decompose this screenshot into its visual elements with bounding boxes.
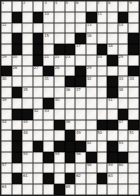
crossword-black-cell (65, 130, 76, 141)
crossword-cell[interactable]: 28 (54, 66, 65, 77)
crossword-cell[interactable]: 61 (22, 173, 33, 184)
clue-number: 6 (76, 1, 78, 5)
crossword-black-cell (33, 44, 44, 55)
clue-number: 55 (55, 152, 60, 156)
clue-number: 21 (44, 55, 49, 59)
crossword-cell[interactable] (65, 66, 76, 77)
crossword-cell[interactable]: 16 (86, 33, 97, 44)
crossword-cell[interactable] (97, 152, 108, 163)
crossword-cell[interactable] (128, 55, 139, 66)
crossword-cell[interactable]: 63 (107, 173, 118, 184)
crossword-cell[interactable] (86, 87, 97, 98)
crossword-cell[interactable]: 12 (1, 23, 12, 34)
crossword-cell[interactable] (86, 173, 97, 184)
crossword-black-cell (22, 109, 33, 120)
crossword-cell[interactable] (118, 173, 129, 184)
clue-number: 50 (97, 131, 102, 135)
crossword-cell[interactable] (97, 141, 108, 152)
crossword-black-cell (43, 152, 54, 163)
clue-number: 4 (55, 1, 57, 5)
crossword-black-cell (118, 109, 129, 120)
crossword-cell[interactable] (22, 66, 33, 77)
clue-number: 11 (97, 12, 102, 16)
crossword-cell[interactable]: 56 (75, 152, 86, 163)
clue-number: 22 (55, 55, 60, 59)
clue-number: 14 (119, 23, 124, 27)
crossword-cell[interactable] (54, 23, 65, 34)
clue-number: 12 (2, 23, 7, 27)
crossword-cell[interactable] (22, 184, 33, 195)
crossword-cell[interactable] (65, 33, 76, 44)
clue-number: 33 (119, 77, 124, 81)
crossword-cell[interactable] (97, 87, 108, 98)
clue-number: 1 (2, 1, 4, 5)
clue-number: 43 (44, 109, 49, 113)
clue-number: 41 (108, 98, 113, 102)
crossword-black-cell (107, 76, 118, 87)
crossword-cell[interactable] (86, 109, 97, 120)
crossword-black-cell (1, 66, 12, 77)
crossword-cell[interactable]: 34 (128, 76, 139, 87)
crossword-cell[interactable]: 45 (22, 120, 33, 131)
crossword-cell[interactable] (22, 12, 33, 23)
crossword-cell[interactable] (33, 184, 44, 195)
clue-number: 26 (12, 66, 17, 70)
crossword-cell[interactable] (54, 87, 65, 98)
crossword-cell[interactable]: 5 (65, 1, 76, 12)
crossword-cell[interactable] (118, 184, 129, 195)
clue-number: 49 (76, 131, 81, 135)
crossword-black-cell (54, 141, 65, 152)
crossword-cell[interactable] (118, 98, 129, 109)
crossword-cell[interactable] (33, 76, 44, 87)
crossword-cell[interactable] (97, 66, 108, 77)
crossword-cell[interactable] (128, 184, 139, 195)
crossword-black-cell (128, 33, 139, 44)
crossword-cell[interactable] (12, 1, 23, 12)
crossword-black-cell (12, 173, 23, 184)
crossword-cell[interactable] (128, 23, 139, 34)
crossword-cell[interactable]: 33 (118, 76, 129, 87)
crossword-black-cell (97, 173, 108, 184)
clue-number: 45 (23, 120, 28, 124)
clue-number: 48 (23, 131, 28, 135)
crossword-cell[interactable]: 43 (43, 109, 54, 120)
clue-number: 62 (76, 174, 81, 178)
crossword-cell[interactable] (97, 33, 108, 44)
crossword-cell[interactable]: 54 (22, 152, 33, 163)
clue-number: 35 (23, 88, 28, 92)
crossword-black-cell (65, 141, 76, 152)
clue-number: 30 (2, 77, 7, 81)
crossword-black-cell (33, 55, 44, 66)
crossword-black-cell (12, 33, 23, 44)
crossword-cell[interactable] (33, 98, 44, 109)
crossword-cell[interactable]: 53 (118, 141, 129, 152)
crossword-cell[interactable] (33, 173, 44, 184)
crossword-cell[interactable] (43, 44, 54, 55)
crossword-cell[interactable]: 41 (107, 98, 118, 109)
clue-number: 19 (2, 55, 7, 59)
crossword-cell[interactable]: 51 (128, 130, 139, 141)
crossword-cell[interactable] (75, 23, 86, 34)
clue-number: 47 (119, 120, 124, 124)
clue-number: 54 (23, 152, 28, 156)
crossword-cell[interactable]: 4 (54, 1, 65, 12)
crossword-cell[interactable] (128, 141, 139, 152)
crossword-black-cell (12, 12, 23, 23)
crossword-cell[interactable] (65, 23, 76, 34)
crossword-cell[interactable]: 38 (118, 87, 129, 98)
clue-number: 37 (76, 88, 81, 92)
crossword-black-cell (107, 152, 118, 163)
crossword-cell[interactable] (86, 184, 97, 195)
crossword-black-cell (33, 12, 44, 23)
crossword-black-cell (43, 66, 54, 77)
crossword-cell[interactable]: 35 (22, 87, 33, 98)
crossword-cell[interactable] (128, 98, 139, 109)
clue-number: 57 (2, 163, 7, 167)
crossword-cell[interactable]: 52 (86, 141, 97, 152)
crossword-cell[interactable] (86, 44, 97, 55)
crossword-cell[interactable] (97, 76, 108, 87)
crossword-cell[interactable] (75, 109, 86, 120)
crossword-black-cell (128, 44, 139, 55)
crossword-black-cell (107, 87, 118, 98)
clue-number: 39 (2, 98, 7, 102)
crossword-cell[interactable] (54, 33, 65, 44)
crossword-cell[interactable]: 8 (107, 1, 118, 12)
crossword-cell[interactable]: 48 (22, 130, 33, 141)
crossword-black-cell (75, 141, 86, 152)
clue-number: 34 (129, 77, 134, 81)
crossword-cell[interactable]: 13 (86, 23, 97, 34)
clue-number: 28 (55, 66, 60, 70)
crossword-cell[interactable] (128, 109, 139, 120)
crossword-cell[interactable] (33, 87, 44, 98)
crossword-cell[interactable] (1, 33, 12, 44)
crossword-cell[interactable] (118, 44, 129, 55)
clue-number: 27 (34, 66, 39, 70)
clue-number: 64 (2, 185, 7, 189)
clue-number: 16 (87, 34, 92, 38)
crossword-black-cell (65, 152, 76, 163)
crossword-cell[interactable] (65, 109, 76, 120)
crossword-cell[interactable] (33, 1, 44, 12)
crossword-cell[interactable] (75, 12, 86, 23)
clue-number: 13 (87, 23, 92, 27)
crossword-cell[interactable]: 9 (128, 1, 139, 12)
crossword-cell[interactable] (12, 76, 23, 87)
crossword-black-cell (54, 44, 65, 55)
crossword-cell[interactable]: 60 (118, 163, 129, 174)
crossword-cell[interactable]: 50 (97, 130, 108, 141)
clue-number: 20 (12, 55, 17, 59)
clue-number: 31 (44, 77, 49, 81)
crossword-black-cell (12, 130, 23, 141)
crossword-cell[interactable] (97, 23, 108, 34)
crossword-black-cell (33, 141, 44, 152)
crossword-cell[interactable] (75, 184, 86, 195)
crossword-cell[interactable] (86, 1, 97, 12)
crossword-cell[interactable] (43, 130, 54, 141)
crossword-cell[interactable]: 24 (97, 55, 108, 66)
crossword-black-cell (97, 120, 108, 131)
crossword-cell[interactable] (22, 141, 33, 152)
crossword-cell[interactable]: 6 (75, 1, 86, 12)
crossword-cell[interactable] (1, 152, 12, 163)
clue-number: 25 (119, 55, 124, 59)
crossword-black-cell (75, 76, 86, 87)
clue-number: 24 (97, 55, 102, 59)
crossword-cell[interactable]: 3 (43, 1, 54, 12)
crossword-cell[interactable] (86, 130, 97, 141)
crossword-cell[interactable] (12, 23, 23, 34)
crossword-black-cell (65, 76, 76, 87)
crossword-cell[interactable]: 31 (43, 76, 54, 87)
crossword-cell[interactable] (118, 66, 129, 77)
crossword-cell[interactable] (22, 76, 33, 87)
crossword-cell[interactable]: 44 (1, 120, 12, 131)
crossword-cell[interactable] (75, 98, 86, 109)
crossword-black-cell (43, 173, 54, 184)
crossword-cell[interactable] (65, 98, 76, 109)
clue-number: 58 (87, 163, 92, 167)
crossword-cell[interactable] (107, 33, 118, 44)
crossword-cell[interactable] (1, 87, 12, 98)
crossword-cell[interactable]: 26 (12, 66, 23, 77)
crossword-cell[interactable]: 27 (33, 66, 44, 77)
crossword-black-cell (65, 173, 76, 184)
crossword-cell[interactable]: 59 (107, 163, 118, 174)
crossword-cell[interactable]: 30 (1, 76, 12, 87)
crossword-black-cell (107, 141, 118, 152)
crossword-cell[interactable] (22, 98, 33, 109)
crossword-cell[interactable] (22, 163, 33, 174)
clue-number: 15 (44, 34, 49, 38)
crossword-cell[interactable]: 25 (118, 55, 129, 66)
crossword-black-cell (75, 66, 86, 77)
crossword-cell[interactable]: 39 (1, 98, 12, 109)
crossword-cell[interactable] (128, 87, 139, 98)
crossword-cell[interactable]: 40 (54, 98, 65, 109)
crossword-cell[interactable]: 55 (54, 152, 65, 163)
clue-number: 9 (129, 1, 131, 5)
crossword-cell[interactable]: 20 (12, 55, 23, 66)
crossword-cell[interactable] (43, 87, 54, 98)
clue-number: 2 (23, 1, 25, 5)
crossword-cell[interactable] (54, 163, 65, 174)
clue-number: 51 (129, 131, 134, 135)
crossword-cell[interactable] (97, 184, 108, 195)
clue-number: 63 (108, 174, 113, 178)
crossword-cell[interactable] (1, 44, 12, 55)
crossword-cell[interactable] (22, 33, 33, 44)
crossword-cell[interactable]: 29 (86, 66, 97, 77)
crossword-black-cell (12, 44, 23, 55)
crossword-cell[interactable] (22, 23, 33, 34)
clue-number: 29 (87, 66, 92, 70)
crossword-black-cell (54, 120, 65, 131)
crossword-cell[interactable]: 21 (43, 55, 54, 66)
clue-number: 56 (76, 152, 81, 156)
crossword-cell[interactable] (33, 163, 44, 174)
crossword-black-cell (107, 55, 118, 66)
crossword-cell[interactable] (1, 109, 12, 120)
crossword-cell[interactable]: 15 (43, 33, 54, 44)
crossword-cell[interactable]: 7 (97, 1, 108, 12)
crossword-cell[interactable] (86, 55, 97, 66)
crossword-black-cell (86, 12, 97, 23)
clue-number: 44 (2, 120, 7, 124)
crossword-cell[interactable] (97, 109, 108, 120)
crossword-cell[interactable] (107, 109, 118, 120)
crossword-cell[interactable] (1, 12, 12, 23)
crossword-cell[interactable]: 47 (118, 120, 129, 131)
crossword-cell[interactable] (1, 130, 12, 141)
crossword-cell[interactable] (75, 120, 86, 131)
crossword-cell[interactable] (22, 44, 33, 55)
clue-number: 17 (76, 44, 81, 48)
crossword-cell[interactable] (128, 163, 139, 174)
clue-number: 53 (119, 141, 124, 145)
crossword-cell[interactable] (43, 163, 54, 174)
crossword-cell[interactable] (128, 173, 139, 184)
crossword-cell[interactable] (54, 173, 65, 184)
crossword-cell[interactable] (43, 23, 54, 34)
crossword-cell[interactable]: 36 (65, 87, 76, 98)
crossword-cell[interactable] (12, 98, 23, 109)
crossword-cell[interactable] (33, 152, 44, 163)
clue-number: 46 (65, 120, 70, 124)
crossword-cell[interactable] (86, 98, 97, 109)
crossword-cell[interactable] (33, 130, 44, 141)
crossword-cell[interactable] (54, 76, 65, 87)
crossword-black-cell (65, 44, 76, 55)
crossword-cell[interactable]: 10 (43, 12, 54, 23)
crossword-black-cell (75, 33, 86, 44)
crossword-cell[interactable] (33, 120, 44, 131)
crossword-cell[interactable] (65, 163, 76, 174)
clue-number: 32 (87, 77, 92, 81)
crossword-cell[interactable] (1, 141, 12, 152)
crossword-cell[interactable] (107, 66, 118, 77)
crossword-cell[interactable]: 58 (86, 163, 97, 174)
clue-number: 61 (23, 174, 28, 178)
crossword-cell[interactable] (75, 55, 86, 66)
crossword-black-cell (43, 98, 54, 109)
clue-number: 65 (65, 185, 70, 189)
crossword-cell[interactable] (118, 130, 129, 141)
crossword-cell[interactable]: 62 (75, 173, 86, 184)
crossword-cell[interactable]: 46 (65, 120, 76, 131)
crossword-black-cell (12, 109, 23, 120)
crossword-cell[interactable] (12, 184, 23, 195)
crossword-cell[interactable] (97, 163, 108, 174)
clue-number: 7 (97, 1, 99, 5)
crossword-cell[interactable] (12, 163, 23, 174)
crossword-cell[interactable]: 19 (1, 55, 12, 66)
crossword-cell[interactable] (128, 12, 139, 23)
crossword-black-cell (54, 184, 65, 195)
crossword-cell[interactable]: 57 (1, 163, 12, 174)
crossword-cell[interactable]: 37 (75, 87, 86, 98)
crossword-cell[interactable] (33, 23, 44, 34)
crossword-black-cell (107, 120, 118, 131)
crossword-cell[interactable]: 23 (65, 55, 76, 66)
crossword-black-cell (128, 66, 139, 77)
clue-number: 36 (65, 88, 70, 92)
crossword-cell[interactable] (107, 23, 118, 34)
clue-number: 60 (119, 163, 124, 167)
crossword-cell[interactable] (86, 120, 97, 131)
crossword-cell[interactable] (118, 33, 129, 44)
clue-number: 52 (87, 141, 92, 145)
crossword-cell[interactable] (43, 141, 54, 152)
crossword-cell[interactable]: 11 (97, 12, 108, 23)
crossword-cell[interactable] (107, 130, 118, 141)
crossword-black-cell (33, 33, 44, 44)
clue-number: 5 (65, 1, 67, 5)
crossword-black-cell (86, 152, 97, 163)
crossword-cell[interactable] (12, 120, 23, 131)
clue-number: 59 (108, 163, 113, 167)
crossword-cell[interactable]: 17 (75, 44, 86, 55)
crossword-black-cell (12, 152, 23, 163)
clue-number: 10 (44, 12, 49, 16)
crossword-cell[interactable]: 22 (54, 55, 65, 66)
crossword-black-cell (97, 44, 108, 55)
crossword-cell[interactable]: 49 (75, 130, 86, 141)
crossword-cell[interactable] (107, 12, 118, 23)
crossword-cell[interactable] (54, 109, 65, 120)
crossword-black-cell (118, 152, 129, 163)
crossword-cell[interactable]: 18 (107, 44, 118, 55)
crossword-cell[interactable] (128, 152, 139, 163)
crossword-cell[interactable]: 65 (65, 184, 76, 195)
crossword-cell[interactable]: 1 (1, 1, 12, 12)
crossword-board: 1234567891011121314151617181920212223242… (0, 0, 140, 196)
clue-number: 8 (108, 1, 110, 5)
crossword-cell[interactable] (1, 173, 12, 184)
crossword-cell[interactable] (75, 163, 86, 174)
crossword-cell[interactable] (43, 120, 54, 131)
crossword-cell[interactable]: 42 (33, 109, 44, 120)
crossword-cell[interactable] (118, 1, 129, 12)
crossword-cell[interactable] (65, 12, 76, 23)
clue-number: 18 (108, 44, 113, 48)
crossword-cell[interactable]: 64 (1, 184, 12, 195)
crossword-black-cell (118, 12, 129, 23)
crossword-cell[interactable] (54, 130, 65, 141)
crossword-black-cell (128, 120, 139, 131)
crossword-black-cell (12, 141, 23, 152)
clue-number: 42 (34, 109, 39, 113)
crossword-cell[interactable] (107, 184, 118, 195)
clue-number: 40 (55, 98, 60, 102)
crossword-black-cell (12, 87, 23, 98)
crossword-cell[interactable]: 32 (86, 76, 97, 87)
clue-number: 38 (119, 88, 124, 92)
crossword-cell[interactable]: 2 (22, 1, 33, 12)
crossword-cell[interactable] (43, 184, 54, 195)
crossword-cell[interactable] (97, 98, 108, 109)
crossword-cell[interactable]: 14 (118, 23, 129, 34)
crossword-cell[interactable] (54, 12, 65, 23)
crossword-cell[interactable] (22, 55, 33, 66)
clue-number: 3 (44, 1, 46, 5)
clue-number: 23 (65, 55, 70, 59)
